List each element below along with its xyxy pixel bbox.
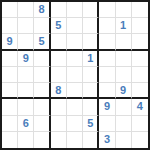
cell-r2c7[interactable] <box>99 18 115 34</box>
cell-r3c2[interactable] <box>18 34 34 50</box>
cell-r6c4[interactable]: 8 <box>51 83 67 99</box>
cell-r8c8[interactable] <box>116 116 132 132</box>
cell-r4c2[interactable]: 9 <box>18 51 34 67</box>
cell-r8c3[interactable] <box>34 116 50 132</box>
cell-r4c7[interactable] <box>99 51 115 67</box>
cell-r9c5[interactable] <box>67 132 83 148</box>
cell-r8c2[interactable]: 6 <box>18 116 34 132</box>
sudoku-board: 85195918994653 <box>0 0 150 150</box>
cell-r9c2[interactable] <box>18 132 34 148</box>
cell-r5c7[interactable] <box>99 67 115 83</box>
cell-r3c6[interactable] <box>83 34 99 50</box>
cell-r4c6[interactable]: 1 <box>83 51 99 67</box>
cell-r8c5[interactable] <box>67 116 83 132</box>
cell-r2c3[interactable] <box>34 18 50 34</box>
cell-r3c4[interactable] <box>51 34 67 50</box>
cell-r1c6[interactable] <box>83 2 99 18</box>
cell-r5c4[interactable] <box>51 67 67 83</box>
cell-r5c2[interactable] <box>18 67 34 83</box>
cell-r6c5[interactable] <box>67 83 83 99</box>
cell-r3c7[interactable] <box>99 34 115 50</box>
cell-r6c2[interactable] <box>18 83 34 99</box>
cell-r8c6[interactable]: 5 <box>83 116 99 132</box>
cell-r5c5[interactable] <box>67 67 83 83</box>
cell-r7c6[interactable] <box>83 99 99 115</box>
cell-r8c9[interactable] <box>132 116 148 132</box>
cell-r2c6[interactable] <box>83 18 99 34</box>
cell-r5c9[interactable] <box>132 67 148 83</box>
cell-r7c9[interactable]: 4 <box>132 99 148 115</box>
cell-r3c9[interactable] <box>132 34 148 50</box>
cell-r5c6[interactable] <box>83 67 99 83</box>
cell-r4c8[interactable] <box>116 51 132 67</box>
cell-r1c2[interactable] <box>18 2 34 18</box>
cell-r9c4[interactable] <box>51 132 67 148</box>
cell-r7c8[interactable] <box>116 99 132 115</box>
cell-r3c3[interactable]: 5 <box>34 34 50 50</box>
cell-r1c8[interactable] <box>116 2 132 18</box>
cell-r7c1[interactable] <box>2 99 18 115</box>
cell-r9c8[interactable] <box>116 132 132 148</box>
cell-r6c1[interactable] <box>2 83 18 99</box>
cell-r1c5[interactable] <box>67 2 83 18</box>
cell-r7c5[interactable] <box>67 99 83 115</box>
cell-r3c1[interactable]: 9 <box>2 34 18 50</box>
cell-r6c8[interactable]: 9 <box>116 83 132 99</box>
cell-r7c2[interactable] <box>18 99 34 115</box>
cell-r1c9[interactable] <box>132 2 148 18</box>
cell-r2c8[interactable]: 1 <box>116 18 132 34</box>
cell-r6c9[interactable] <box>132 83 148 99</box>
cell-r1c3[interactable]: 8 <box>34 2 50 18</box>
cell-r5c1[interactable] <box>2 67 18 83</box>
cell-r8c7[interactable] <box>99 116 115 132</box>
cell-r4c9[interactable] <box>132 51 148 67</box>
cell-r2c5[interactable] <box>67 18 83 34</box>
cell-r8c1[interactable] <box>2 116 18 132</box>
cell-r2c1[interactable] <box>2 18 18 34</box>
cell-r4c3[interactable] <box>34 51 50 67</box>
cell-r9c6[interactable] <box>83 132 99 148</box>
cell-r2c2[interactable] <box>18 18 34 34</box>
cell-r8c4[interactable] <box>51 116 67 132</box>
cell-r1c7[interactable] <box>99 2 115 18</box>
cell-r7c3[interactable] <box>34 99 50 115</box>
cell-r1c1[interactable] <box>2 2 18 18</box>
cell-r4c1[interactable] <box>2 51 18 67</box>
cell-r2c9[interactable] <box>132 18 148 34</box>
cell-r9c9[interactable] <box>132 132 148 148</box>
cell-r4c4[interactable] <box>51 51 67 67</box>
cell-r7c4[interactable] <box>51 99 67 115</box>
cell-r9c7[interactable]: 3 <box>99 132 115 148</box>
cell-r1c4[interactable] <box>51 2 67 18</box>
cell-r7c7[interactable]: 9 <box>99 99 115 115</box>
cell-r5c8[interactable] <box>116 67 132 83</box>
cell-r2c4[interactable]: 5 <box>51 18 67 34</box>
cell-r3c8[interactable] <box>116 34 132 50</box>
cell-r6c3[interactable] <box>34 83 50 99</box>
cell-r3c5[interactable] <box>67 34 83 50</box>
cell-r9c1[interactable] <box>2 132 18 148</box>
cell-r9c3[interactable] <box>34 132 50 148</box>
cell-r6c6[interactable] <box>83 83 99 99</box>
cell-r5c3[interactable] <box>34 67 50 83</box>
cell-r6c7[interactable] <box>99 83 115 99</box>
cell-r4c5[interactable] <box>67 51 83 67</box>
